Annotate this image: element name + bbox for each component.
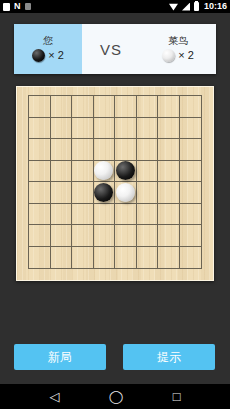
board-cell[interactable] <box>29 225 51 247</box>
board-cell[interactable] <box>51 139 73 161</box>
board-cell[interactable] <box>51 118 73 140</box>
board-cell[interactable] <box>29 96 51 118</box>
board-cell[interactable] <box>115 182 137 204</box>
board-cell[interactable] <box>72 182 94 204</box>
board-cell[interactable] <box>158 182 180 204</box>
board-cell[interactable] <box>137 139 159 161</box>
status-notification-icons: N <box>3 2 31 11</box>
board-cell[interactable] <box>94 225 116 247</box>
players-panel: 您 × 2 VS 菜鸟 × 2 <box>14 24 216 74</box>
board-cell[interactable] <box>137 96 159 118</box>
player-you-name: 您 <box>43 36 53 46</box>
board-cell[interactable] <box>137 182 159 204</box>
player-you-count: × 2 <box>48 50 64 61</box>
board-cell[interactable] <box>158 118 180 140</box>
status-bar: N 10:16 <box>0 0 230 13</box>
board-cell[interactable] <box>180 96 202 118</box>
notification-n-icon: N <box>14 2 21 11</box>
board-cell[interactable] <box>51 247 73 269</box>
board-cell[interactable] <box>72 161 94 183</box>
board-cell[interactable] <box>158 225 180 247</box>
black-stone-icon <box>32 49 45 62</box>
board-cell[interactable] <box>72 118 94 140</box>
board-cell[interactable] <box>115 225 137 247</box>
wifi-icon <box>169 3 178 11</box>
board-cell[interactable] <box>51 204 73 226</box>
board-grid <box>28 95 202 269</box>
board-cell[interactable] <box>158 161 180 183</box>
board-cell[interactable] <box>115 247 137 269</box>
board-cell[interactable] <box>137 204 159 226</box>
board-cell[interactable] <box>94 204 116 226</box>
player-opponent-score: × 2 <box>162 49 194 62</box>
game-board <box>16 86 214 281</box>
board-cell[interactable] <box>72 96 94 118</box>
board-cell[interactable] <box>180 247 202 269</box>
board-cell[interactable] <box>94 247 116 269</box>
board-cell[interactable] <box>137 161 159 183</box>
board-cell[interactable] <box>72 204 94 226</box>
player-you-panel: 您 × 2 <box>14 24 82 74</box>
white-stone <box>94 161 113 180</box>
board-cell[interactable] <box>115 96 137 118</box>
board-cell[interactable] <box>51 96 73 118</box>
black-stone <box>94 183 113 202</box>
board-cell[interactable] <box>51 161 73 183</box>
board-cell[interactable] <box>158 96 180 118</box>
clock: 10:16 <box>204 2 227 11</box>
vs-area: VS <box>82 24 140 74</box>
cell-signal-icon <box>182 3 190 11</box>
board-cell[interactable] <box>72 247 94 269</box>
board-cell[interactable] <box>94 118 116 140</box>
board-cell[interactable] <box>180 118 202 140</box>
board-cell[interactable] <box>158 204 180 226</box>
back-icon[interactable]: ◁ <box>49 390 59 403</box>
board-cell[interactable] <box>158 139 180 161</box>
vs-label: VS <box>100 41 122 58</box>
player-you-score: × 2 <box>32 49 64 62</box>
board-cell[interactable] <box>94 161 116 183</box>
board-cell[interactable] <box>94 96 116 118</box>
board-cell[interactable] <box>29 118 51 140</box>
home-icon[interactable]: ◯ <box>109 390 124 403</box>
app-screen: N 10:16 您 × 2 VS 菜鸟 × 2 <box>0 0 230 409</box>
notification-dim-icon <box>25 3 31 10</box>
board-cell[interactable] <box>115 118 137 140</box>
board-cell[interactable] <box>137 247 159 269</box>
board-cell[interactable] <box>158 247 180 269</box>
player-opponent-panel: 菜鸟 × 2 <box>140 24 216 74</box>
new-game-button[interactable]: 新局 <box>14 344 106 370</box>
board-cell[interactable] <box>180 139 202 161</box>
hint-button[interactable]: 提示 <box>123 344 215 370</box>
board-cell[interactable] <box>180 204 202 226</box>
board-cell[interactable] <box>29 161 51 183</box>
battery-icon <box>194 2 199 11</box>
board-cell[interactable] <box>94 139 116 161</box>
board-cell[interactable] <box>51 225 73 247</box>
board-cell[interactable] <box>72 139 94 161</box>
board-cell[interactable] <box>180 182 202 204</box>
status-system-icons: 10:16 <box>169 2 227 11</box>
board-cell[interactable] <box>137 118 159 140</box>
player-opponent-count: × 2 <box>178 50 194 61</box>
board-cell[interactable] <box>180 161 202 183</box>
recents-icon[interactable]: □ <box>173 390 181 403</box>
board-cell[interactable] <box>180 225 202 247</box>
white-stone <box>116 183 135 202</box>
white-stone-icon <box>162 49 175 62</box>
black-stone <box>116 161 135 180</box>
notification-app-icon <box>3 3 10 11</box>
board-cell[interactable] <box>94 182 116 204</box>
board-cell[interactable] <box>72 225 94 247</box>
board-cell[interactable] <box>115 204 137 226</box>
board-cell[interactable] <box>29 182 51 204</box>
board-cell[interactable] <box>29 139 51 161</box>
board-cell[interactable] <box>137 225 159 247</box>
player-opponent-name: 菜鸟 <box>168 36 188 46</box>
board-cell[interactable] <box>115 139 137 161</box>
navigation-bar: ◁ ◯ □ <box>0 384 230 409</box>
board-cell[interactable] <box>29 247 51 269</box>
board-cell[interactable] <box>115 161 137 183</box>
board-cell[interactable] <box>29 204 51 226</box>
board-cell[interactable] <box>51 182 73 204</box>
